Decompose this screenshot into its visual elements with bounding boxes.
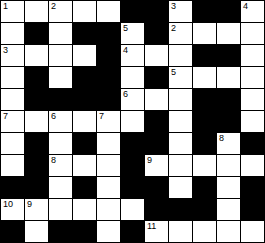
cell-r11c1 bbox=[1, 221, 25, 243]
clue-number: 9 bbox=[147, 156, 152, 165]
cell-r10c1[interactable]: 10 bbox=[1, 199, 25, 221]
cell-r2c3[interactable] bbox=[49, 23, 73, 45]
clue-number: 4 bbox=[123, 46, 128, 55]
cell-r11c6 bbox=[121, 221, 145, 243]
cell-r5c10 bbox=[217, 89, 241, 111]
cell-r4c1[interactable] bbox=[1, 67, 25, 89]
cell-r2c6[interactable]: 5 bbox=[121, 23, 145, 45]
cell-r7c4 bbox=[73, 133, 97, 155]
cell-r8c3[interactable]: 8 bbox=[49, 155, 73, 177]
cell-r7c1[interactable] bbox=[1, 133, 25, 155]
cell-r5c2 bbox=[25, 89, 49, 111]
cell-r6c4[interactable] bbox=[73, 111, 97, 133]
cell-r5c7[interactable] bbox=[145, 89, 169, 111]
cell-r9c1 bbox=[1, 177, 25, 199]
clue-number: 1 bbox=[3, 2, 8, 11]
clue-number: 7 bbox=[3, 112, 8, 121]
cell-r1c7 bbox=[145, 1, 169, 23]
clue-number: 9 bbox=[27, 200, 32, 209]
cell-r6c1[interactable]: 7 bbox=[1, 111, 25, 133]
clue-number: 11 bbox=[147, 222, 156, 231]
cell-r6c9 bbox=[193, 111, 217, 133]
cell-r8c8[interactable] bbox=[169, 155, 193, 177]
cell-r7c11 bbox=[241, 133, 265, 155]
cell-r5c3 bbox=[49, 89, 73, 111]
cell-r1c2[interactable] bbox=[25, 1, 49, 23]
cell-r11c2[interactable] bbox=[25, 221, 49, 243]
cell-r3c5 bbox=[97, 45, 121, 67]
cell-r9c10[interactable] bbox=[217, 177, 241, 199]
cell-r5c9 bbox=[193, 89, 217, 111]
clue-number: 2 bbox=[51, 2, 56, 11]
cell-r1c11[interactable]: 4 bbox=[241, 1, 265, 23]
cell-r1c4[interactable] bbox=[73, 1, 97, 23]
cell-r4c2 bbox=[25, 67, 49, 89]
cell-r9c11 bbox=[241, 177, 265, 199]
cell-r2c10[interactable] bbox=[217, 23, 241, 45]
cell-r8c2 bbox=[25, 155, 49, 177]
cell-r8c9[interactable] bbox=[193, 155, 217, 177]
cell-r1c5[interactable] bbox=[97, 1, 121, 23]
cell-r10c11 bbox=[241, 199, 265, 221]
cell-r9c7 bbox=[145, 177, 169, 199]
cell-r7c9 bbox=[193, 133, 217, 155]
cell-r6c2[interactable] bbox=[25, 111, 49, 133]
cell-r7c5[interactable] bbox=[97, 133, 121, 155]
cell-r5c1[interactable] bbox=[1, 89, 25, 111]
cell-r4c11[interactable] bbox=[241, 67, 265, 89]
cell-r11c5[interactable] bbox=[97, 221, 121, 243]
cell-r10c7 bbox=[145, 199, 169, 221]
clue-number: 8 bbox=[51, 156, 56, 165]
cell-r9c3[interactable] bbox=[49, 177, 73, 199]
cell-r6c3[interactable]: 6 bbox=[49, 111, 73, 133]
cell-r11c10[interactable] bbox=[217, 221, 241, 243]
clue-number: 2 bbox=[171, 24, 176, 33]
cell-r2c8[interactable]: 2 bbox=[169, 23, 193, 45]
cell-r11c3 bbox=[49, 221, 73, 243]
cell-r8c11[interactable] bbox=[241, 155, 265, 177]
cell-r6c7 bbox=[145, 111, 169, 133]
cell-r2c2 bbox=[25, 23, 49, 45]
cell-r9c9 bbox=[193, 177, 217, 199]
clue-number: 5 bbox=[171, 68, 176, 77]
cell-r9c2 bbox=[25, 177, 49, 199]
cell-r6c11[interactable] bbox=[241, 111, 265, 133]
cell-r3c6[interactable]: 4 bbox=[121, 45, 145, 67]
cell-r3c11[interactable] bbox=[241, 45, 265, 67]
cell-r8c10[interactable] bbox=[217, 155, 241, 177]
cell-r4c8[interactable]: 5 bbox=[169, 67, 193, 89]
cell-r5c6[interactable]: 6 bbox=[121, 89, 145, 111]
cell-r11c7[interactable]: 11 bbox=[145, 221, 169, 243]
cell-r10c9 bbox=[193, 199, 217, 221]
cell-r9c4 bbox=[73, 177, 97, 199]
cell-r10c5[interactable] bbox=[97, 199, 121, 221]
clue-number: 6 bbox=[123, 90, 128, 99]
cell-r7c10[interactable]: 8 bbox=[217, 133, 241, 155]
cell-r7c3[interactable] bbox=[49, 133, 73, 155]
cell-r3c10 bbox=[217, 45, 241, 67]
cell-r10c10[interactable] bbox=[217, 199, 241, 221]
cell-r7c7 bbox=[145, 133, 169, 155]
cell-r7c6 bbox=[121, 133, 145, 155]
cell-r4c5 bbox=[97, 67, 121, 89]
cell-r2c9[interactable] bbox=[193, 23, 217, 45]
cell-r9c5[interactable] bbox=[97, 177, 121, 199]
clue-number: 5 bbox=[123, 24, 128, 33]
cell-r3c7[interactable] bbox=[145, 45, 169, 67]
clue-number: 3 bbox=[171, 2, 176, 11]
cell-r10c3[interactable] bbox=[49, 199, 73, 221]
clue-number: 7 bbox=[99, 112, 104, 121]
cell-r3c2[interactable] bbox=[25, 45, 49, 67]
cell-r1c6 bbox=[121, 1, 145, 23]
clue-number: 10 bbox=[3, 200, 13, 209]
cell-r7c2 bbox=[25, 133, 49, 155]
cell-r1c8[interactable]: 3 bbox=[169, 1, 193, 23]
cell-r2c1[interactable] bbox=[1, 23, 25, 45]
cell-r8c1[interactable] bbox=[1, 155, 25, 177]
cell-r3c4[interactable] bbox=[73, 45, 97, 67]
cell-r2c7 bbox=[145, 23, 169, 45]
cell-r1c9 bbox=[193, 1, 217, 23]
cell-r2c11[interactable] bbox=[241, 23, 265, 45]
cell-r1c3[interactable]: 2 bbox=[49, 1, 73, 23]
cell-r9c8[interactable] bbox=[169, 177, 193, 199]
cell-r4c3[interactable] bbox=[49, 67, 73, 89]
cell-r7c8[interactable] bbox=[169, 133, 193, 155]
clue-number: 8 bbox=[219, 134, 224, 143]
cell-r8c7[interactable]: 9 bbox=[145, 155, 169, 177]
cell-r8c6 bbox=[121, 155, 145, 177]
cell-r6c10 bbox=[217, 111, 241, 133]
cell-r11c11[interactable] bbox=[241, 221, 265, 243]
cell-r8c5[interactable] bbox=[97, 155, 121, 177]
cell-r1c1[interactable]: 1 bbox=[1, 1, 25, 23]
cell-r2c5 bbox=[97, 23, 121, 45]
cell-r6c6[interactable] bbox=[121, 111, 145, 133]
cell-r11c8[interactable] bbox=[169, 221, 193, 243]
cell-r6c8[interactable] bbox=[169, 111, 193, 133]
cell-r10c2[interactable]: 9 bbox=[25, 199, 49, 221]
crossword-board: 123452345676788910911 bbox=[0, 0, 265, 243]
cell-r4c4 bbox=[73, 67, 97, 89]
cell-r3c8[interactable] bbox=[169, 45, 193, 67]
cell-r1c10 bbox=[217, 1, 241, 23]
cell-r11c4 bbox=[73, 221, 97, 243]
clue-number: 4 bbox=[243, 2, 248, 11]
cell-r5c4 bbox=[73, 89, 97, 111]
cell-r4c9[interactable] bbox=[193, 67, 217, 89]
cell-r4c10[interactable] bbox=[217, 67, 241, 89]
cell-r2c4 bbox=[73, 23, 97, 45]
clue-number: 6 bbox=[51, 112, 56, 121]
cell-r3c3[interactable] bbox=[49, 45, 73, 67]
cell-r8c4[interactable] bbox=[73, 155, 97, 177]
cell-r10c8 bbox=[169, 199, 193, 221]
cell-r4c6[interactable] bbox=[121, 67, 145, 89]
cell-r5c11[interactable] bbox=[241, 89, 265, 111]
cell-r11c9[interactable] bbox=[193, 221, 217, 243]
cell-r5c8[interactable] bbox=[169, 89, 193, 111]
cell-r3c1[interactable]: 3 bbox=[1, 45, 25, 67]
cell-r3c9 bbox=[193, 45, 217, 67]
clue-number: 3 bbox=[3, 46, 8, 55]
cell-r10c6[interactable] bbox=[121, 199, 145, 221]
cell-r6c5[interactable]: 7 bbox=[97, 111, 121, 133]
cell-r10c4[interactable] bbox=[73, 199, 97, 221]
cell-r4c7 bbox=[145, 67, 169, 89]
cell-r9c6 bbox=[121, 177, 145, 199]
cell-r5c5 bbox=[97, 89, 121, 111]
